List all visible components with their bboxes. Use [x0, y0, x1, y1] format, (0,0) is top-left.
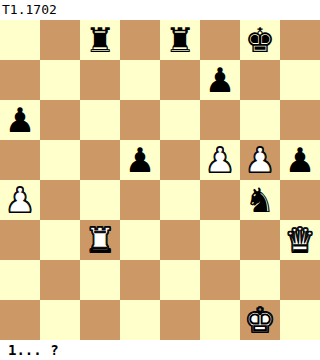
square-d5[interactable]: ♟	[120, 140, 160, 180]
square-a5[interactable]	[0, 140, 40, 180]
square-g2[interactable]	[240, 260, 280, 300]
square-g1[interactable]: ♚	[240, 300, 280, 340]
square-a3[interactable]	[0, 220, 40, 260]
square-a7[interactable]	[0, 60, 40, 100]
white-king[interactable]: ♚	[245, 300, 275, 340]
black-pawn[interactable]: ♟	[5, 100, 35, 140]
square-c8[interactable]: ♜	[80, 20, 120, 60]
square-h4[interactable]	[280, 180, 320, 220]
square-g5[interactable]: ♟	[240, 140, 280, 180]
square-f5[interactable]: ♟	[200, 140, 240, 180]
square-e2[interactable]	[160, 260, 200, 300]
square-f3[interactable]	[200, 220, 240, 260]
square-f6[interactable]	[200, 100, 240, 140]
square-h6[interactable]	[280, 100, 320, 140]
black-pawn[interactable]: ♟	[125, 140, 155, 180]
chess-board: ♜♜♚♟♟♟♟♟♟♟♞♜♛♚	[0, 20, 320, 340]
square-g3[interactable]	[240, 220, 280, 260]
square-f2[interactable]	[200, 260, 240, 300]
square-f7[interactable]: ♟	[200, 60, 240, 100]
square-b7[interactable]	[40, 60, 80, 100]
black-knight[interactable]: ♞	[245, 180, 275, 220]
square-f8[interactable]	[200, 20, 240, 60]
square-c2[interactable]	[80, 260, 120, 300]
square-e8[interactable]: ♜	[160, 20, 200, 60]
black-rook[interactable]: ♜	[85, 20, 115, 60]
square-b8[interactable]	[40, 20, 80, 60]
square-g7[interactable]	[240, 60, 280, 100]
move-prompt: 1... ?	[0, 340, 320, 360]
white-pawn[interactable]: ♟	[245, 140, 275, 180]
square-b4[interactable]	[40, 180, 80, 220]
square-b3[interactable]	[40, 220, 80, 260]
square-b6[interactable]	[40, 100, 80, 140]
square-a6[interactable]: ♟	[0, 100, 40, 140]
square-h7[interactable]	[280, 60, 320, 100]
square-d2[interactable]	[120, 260, 160, 300]
square-a8[interactable]	[0, 20, 40, 60]
black-king[interactable]: ♚	[245, 20, 275, 60]
square-c7[interactable]	[80, 60, 120, 100]
square-a2[interactable]	[0, 260, 40, 300]
square-h5[interactable]: ♟	[280, 140, 320, 180]
square-b2[interactable]	[40, 260, 80, 300]
white-pawn[interactable]: ♟	[205, 140, 235, 180]
white-rook[interactable]: ♜	[85, 220, 115, 260]
square-h2[interactable]	[280, 260, 320, 300]
puzzle-title: T1.1702	[0, 0, 320, 20]
square-b1[interactable]	[40, 300, 80, 340]
square-c1[interactable]	[80, 300, 120, 340]
square-a4[interactable]: ♟	[0, 180, 40, 220]
square-d6[interactable]	[120, 100, 160, 140]
square-c3[interactable]: ♜	[80, 220, 120, 260]
square-g6[interactable]	[240, 100, 280, 140]
square-e4[interactable]	[160, 180, 200, 220]
white-pawn[interactable]: ♟	[5, 180, 35, 220]
square-f1[interactable]	[200, 300, 240, 340]
square-g8[interactable]: ♚	[240, 20, 280, 60]
black-pawn[interactable]: ♟	[205, 60, 235, 100]
square-e3[interactable]	[160, 220, 200, 260]
square-h8[interactable]	[280, 20, 320, 60]
square-c4[interactable]	[80, 180, 120, 220]
square-b5[interactable]	[40, 140, 80, 180]
square-h3[interactable]: ♛	[280, 220, 320, 260]
square-f4[interactable]	[200, 180, 240, 220]
square-c5[interactable]	[80, 140, 120, 180]
square-d8[interactable]	[120, 20, 160, 60]
square-h1[interactable]	[280, 300, 320, 340]
square-e1[interactable]	[160, 300, 200, 340]
black-rook[interactable]: ♜	[165, 20, 195, 60]
square-d1[interactable]	[120, 300, 160, 340]
black-pawn[interactable]: ♟	[285, 140, 315, 180]
square-c6[interactable]	[80, 100, 120, 140]
square-g4[interactable]: ♞	[240, 180, 280, 220]
white-queen[interactable]: ♛	[285, 220, 315, 260]
square-a1[interactable]	[0, 300, 40, 340]
square-d4[interactable]	[120, 180, 160, 220]
square-d7[interactable]	[120, 60, 160, 100]
square-e5[interactable]	[160, 140, 200, 180]
square-e7[interactable]	[160, 60, 200, 100]
square-d3[interactable]	[120, 220, 160, 260]
square-e6[interactable]	[160, 100, 200, 140]
